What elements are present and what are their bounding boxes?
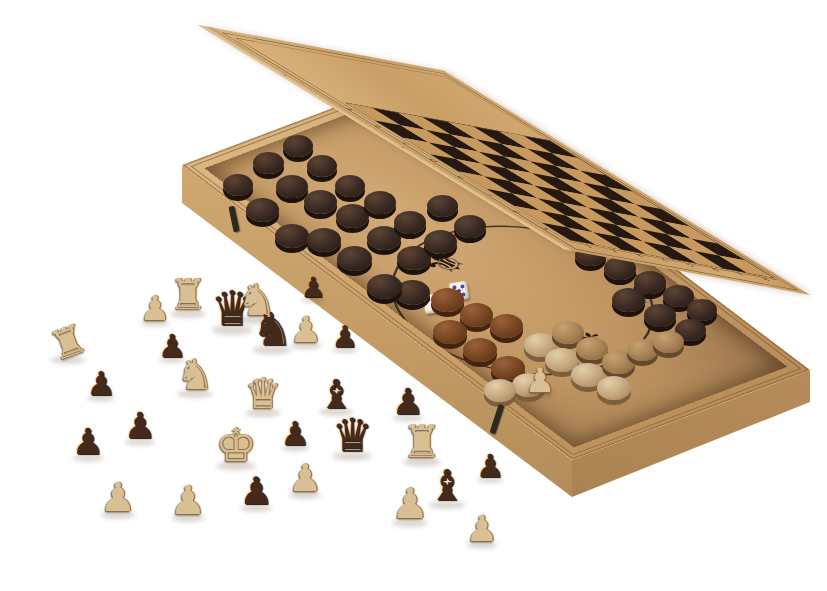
checker — [246, 198, 279, 222]
checker — [644, 304, 676, 327]
chess-piece-dark-pawn: ♟ — [280, 417, 310, 450]
chess-piece-light-pawn: ♟ — [288, 459, 322, 497]
chess-piece-light-knight: ♞ — [176, 354, 214, 396]
chess-piece-dark-pawn: ♟ — [300, 274, 325, 302]
checker — [276, 175, 308, 198]
checker — [394, 211, 426, 234]
checker — [597, 376, 631, 400]
checker — [364, 191, 396, 214]
checker — [275, 224, 309, 248]
checker — [335, 175, 365, 197]
chess-piece-light-king: ♚ — [215, 422, 256, 468]
checker — [304, 190, 337, 214]
checker — [223, 174, 253, 196]
checker — [283, 135, 313, 157]
chess-piece-light-queen: ♛ — [244, 373, 282, 415]
chess-piece-light-rook: ♜ — [402, 420, 441, 464]
chess-piece-light-pawn: ♟ — [170, 480, 206, 520]
metal-clasp — [490, 404, 505, 434]
checker — [687, 299, 717, 321]
chess-piece-dark-bishop: ♝ — [428, 465, 466, 507]
checker — [454, 215, 486, 238]
checker — [612, 288, 645, 312]
chess-piece-light-pawn: ♟ — [466, 511, 498, 547]
checker — [424, 230, 457, 254]
chess-piece-light-rook: ♜ — [169, 274, 207, 316]
checker — [253, 152, 284, 174]
chess-piece-light-pawn: ♟ — [140, 291, 170, 325]
chess-piece-light-pawn: ♟ — [290, 312, 322, 348]
chess-piece-dark-pawn: ♟ — [239, 472, 273, 510]
checker — [427, 195, 458, 217]
metal-clasp — [228, 206, 239, 233]
chess-piece-dark-pawn: ♟ — [392, 384, 424, 420]
checker — [653, 331, 684, 353]
checker — [431, 288, 464, 312]
chess-piece-dark-bishop: ♝ — [318, 374, 354, 414]
checker — [460, 303, 493, 327]
checker — [307, 228, 341, 252]
checker — [484, 379, 516, 402]
chess-piece-dark-pawn: ♟ — [72, 424, 104, 460]
checker — [367, 274, 402, 299]
checker — [367, 226, 401, 250]
chess-piece-light-pawn: ♟ — [100, 477, 136, 517]
chess-piece-dark-pawn: ♟ — [86, 367, 116, 400]
chess-piece-dark-knight: ♞ — [251, 306, 292, 352]
die-pip — [460, 284, 465, 289]
checker — [307, 155, 337, 177]
checker — [336, 204, 369, 228]
checker — [433, 320, 467, 344]
chess-piece-dark-pawn: ♟ — [332, 322, 359, 352]
product-photo: ⚜⚜⚜ 12345678 abcdefgh ♜♟♟♟♟♜♟♛♞♞♟♟♛♞♚♛♝♟… — [0, 0, 827, 591]
chess-piece-dark-queen: ♛ — [331, 412, 372, 458]
chess-piece-light-pawn: ♟ — [525, 363, 555, 397]
chess-piece-dark-pawn: ♟ — [124, 408, 156, 444]
checker — [337, 246, 372, 271]
chess-piece-dark-pawn: ♟ — [476, 450, 505, 482]
checker — [397, 246, 431, 270]
chess-piece-light-pawn: ♟ — [391, 483, 429, 525]
checker — [490, 314, 523, 338]
checker — [463, 338, 497, 362]
